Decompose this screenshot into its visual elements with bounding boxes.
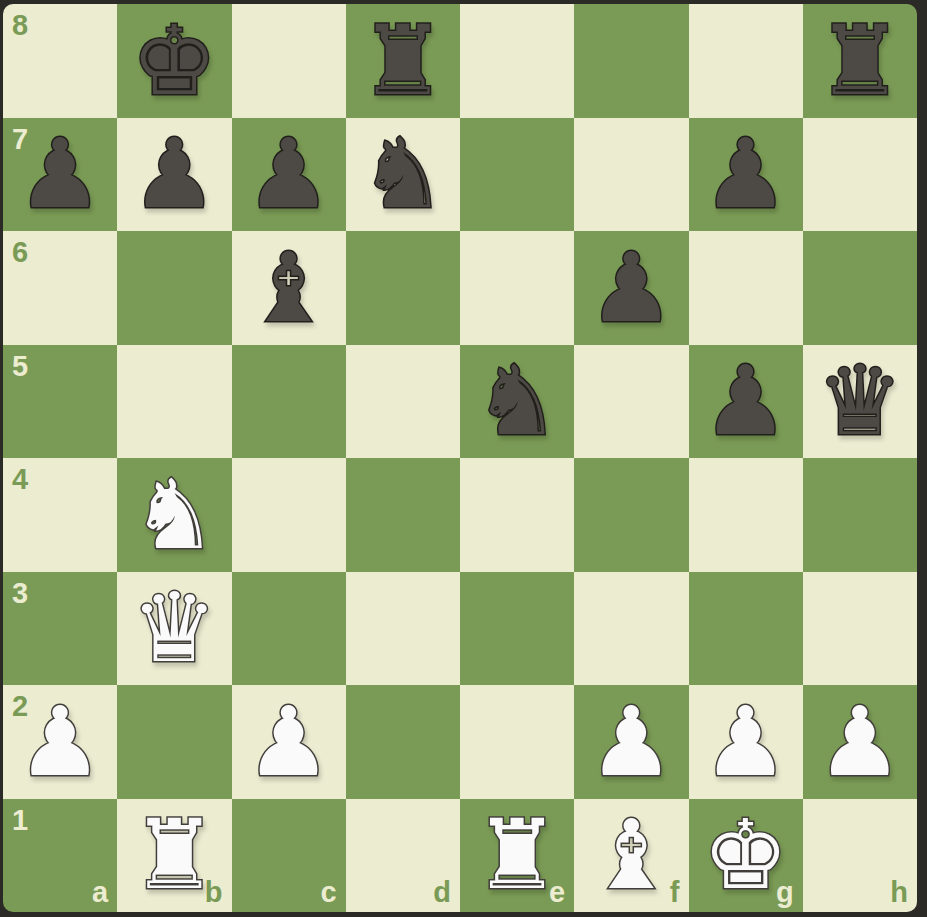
rank-label-3: 3 xyxy=(12,579,28,608)
square-a2[interactable]: 2♟ xyxy=(3,685,117,799)
piece-black-pawn-g7[interactable]: ♟ xyxy=(703,126,789,222)
square-f8[interactable] xyxy=(574,4,688,118)
square-h5[interactable]: ♛ xyxy=(803,345,917,459)
square-a6[interactable]: 6 xyxy=(3,231,117,345)
square-a7[interactable]: 7♟ xyxy=(3,118,117,232)
piece-black-pawn-c7[interactable]: ♟ xyxy=(246,126,332,222)
piece-black-king-b8[interactable]: ♚ xyxy=(131,13,217,109)
piece-black-pawn-a7[interactable]: ♟ xyxy=(17,126,103,222)
piece-white-rook-e1[interactable]: ♜ xyxy=(474,807,560,903)
piece-white-rook-b1[interactable]: ♜ xyxy=(131,807,217,903)
piece-black-pawn-g5[interactable]: ♟ xyxy=(703,353,789,449)
square-d7[interactable]: ♞ xyxy=(346,118,460,232)
square-e1[interactable]: e♜ xyxy=(460,799,574,913)
square-e5[interactable]: ♞ xyxy=(460,345,574,459)
piece-white-pawn-h2[interactable]: ♟ xyxy=(817,694,903,790)
piece-white-pawn-c2[interactable]: ♟ xyxy=(246,694,332,790)
square-c5[interactable] xyxy=(232,345,346,459)
square-g8[interactable] xyxy=(689,4,803,118)
square-c2[interactable]: ♟ xyxy=(232,685,346,799)
square-e2[interactable] xyxy=(460,685,574,799)
square-e3[interactable] xyxy=(460,572,574,686)
piece-white-queen-b3[interactable]: ♛ xyxy=(131,580,217,676)
square-h3[interactable] xyxy=(803,572,917,686)
piece-white-pawn-f2[interactable]: ♟ xyxy=(588,694,674,790)
square-a3[interactable]: 3 xyxy=(3,572,117,686)
square-a4[interactable]: 4 xyxy=(3,458,117,572)
square-c7[interactable]: ♟ xyxy=(232,118,346,232)
piece-black-pawn-f6[interactable]: ♟ xyxy=(588,240,674,336)
file-label-c: c xyxy=(321,878,337,907)
square-b8[interactable]: ♚ xyxy=(117,4,231,118)
square-d3[interactable] xyxy=(346,572,460,686)
piece-white-knight-b4[interactable]: ♞ xyxy=(131,467,217,563)
square-h6[interactable] xyxy=(803,231,917,345)
square-e8[interactable] xyxy=(460,4,574,118)
square-f2[interactable]: ♟ xyxy=(574,685,688,799)
square-c3[interactable] xyxy=(232,572,346,686)
square-d2[interactable] xyxy=(346,685,460,799)
square-c8[interactable] xyxy=(232,4,346,118)
square-g3[interactable] xyxy=(689,572,803,686)
piece-white-king-g1[interactable]: ♚ xyxy=(703,807,789,903)
square-g6[interactable] xyxy=(689,231,803,345)
square-g4[interactable] xyxy=(689,458,803,572)
square-g1[interactable]: g♚ xyxy=(689,799,803,913)
square-c6[interactable]: ♝ xyxy=(232,231,346,345)
square-h8[interactable]: ♜ xyxy=(803,4,917,118)
chess-board: 8♚♜♜7♟♟♟♞♟6♝♟5♞♟♛4♞3♛2♟♟♟♟♟1ab♜cde♜f♝g♚h xyxy=(3,4,917,912)
square-f5[interactable] xyxy=(574,345,688,459)
square-b5[interactable] xyxy=(117,345,231,459)
file-label-d: d xyxy=(433,878,451,907)
square-h1[interactable]: h xyxy=(803,799,917,913)
piece-black-knight-e5[interactable]: ♞ xyxy=(474,353,560,449)
square-f7[interactable] xyxy=(574,118,688,232)
rank-label-5: 5 xyxy=(12,352,28,381)
square-d1[interactable]: d xyxy=(346,799,460,913)
piece-black-knight-d7[interactable]: ♞ xyxy=(360,126,446,222)
square-g2[interactable]: ♟ xyxy=(689,685,803,799)
rank-label-6: 6 xyxy=(12,238,28,267)
rank-label-4: 4 xyxy=(12,465,28,494)
square-d4[interactable] xyxy=(346,458,460,572)
rank-label-1: 1 xyxy=(12,806,28,835)
square-b1[interactable]: b♜ xyxy=(117,799,231,913)
square-g7[interactable]: ♟ xyxy=(689,118,803,232)
piece-white-pawn-g2[interactable]: ♟ xyxy=(703,694,789,790)
piece-black-rook-h8[interactable]: ♜ xyxy=(817,13,903,109)
piece-black-rook-d8[interactable]: ♜ xyxy=(360,13,446,109)
square-h4[interactable] xyxy=(803,458,917,572)
square-d5[interactable] xyxy=(346,345,460,459)
page-background: 8♚♜♜7♟♟♟♞♟6♝♟5♞♟♛4♞3♛2♟♟♟♟♟1ab♜cde♜f♝g♚h xyxy=(0,0,927,917)
rank-label-8: 8 xyxy=(12,11,28,40)
square-a8[interactable]: 8 xyxy=(3,4,117,118)
square-b4[interactable]: ♞ xyxy=(117,458,231,572)
piece-black-bishop-c6[interactable]: ♝ xyxy=(246,240,332,336)
piece-black-pawn-b7[interactable]: ♟ xyxy=(131,126,217,222)
square-e7[interactable] xyxy=(460,118,574,232)
square-b6[interactable] xyxy=(117,231,231,345)
square-f6[interactable]: ♟ xyxy=(574,231,688,345)
square-h7[interactable] xyxy=(803,118,917,232)
square-b2[interactable] xyxy=(117,685,231,799)
square-g5[interactable]: ♟ xyxy=(689,345,803,459)
square-f1[interactable]: f♝ xyxy=(574,799,688,913)
square-h2[interactable]: ♟ xyxy=(803,685,917,799)
piece-white-bishop-f1[interactable]: ♝ xyxy=(588,807,674,903)
square-a1[interactable]: 1a xyxy=(3,799,117,913)
piece-white-pawn-a2[interactable]: ♟ xyxy=(17,694,103,790)
file-label-a: a xyxy=(92,878,108,907)
square-d6[interactable] xyxy=(346,231,460,345)
square-e6[interactable] xyxy=(460,231,574,345)
square-c4[interactable] xyxy=(232,458,346,572)
square-f4[interactable] xyxy=(574,458,688,572)
square-e4[interactable] xyxy=(460,458,574,572)
square-b3[interactable]: ♛ xyxy=(117,572,231,686)
file-label-h: h xyxy=(890,878,908,907)
square-d8[interactable]: ♜ xyxy=(346,4,460,118)
piece-black-queen-h5[interactable]: ♛ xyxy=(817,353,903,449)
square-a5[interactable]: 5 xyxy=(3,345,117,459)
square-c1[interactable]: c xyxy=(232,799,346,913)
square-b7[interactable]: ♟ xyxy=(117,118,231,232)
square-f3[interactable] xyxy=(574,572,688,686)
